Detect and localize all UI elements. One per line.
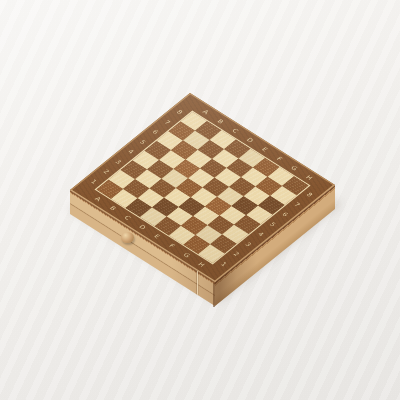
latch-knob [121,232,134,243]
box-corner-edge [213,283,215,307]
chess-board-top: ABCDEFGH ABCDEFGH 87654321 87654321 [70,93,335,282]
fold-hinge-seam [197,270,199,295]
